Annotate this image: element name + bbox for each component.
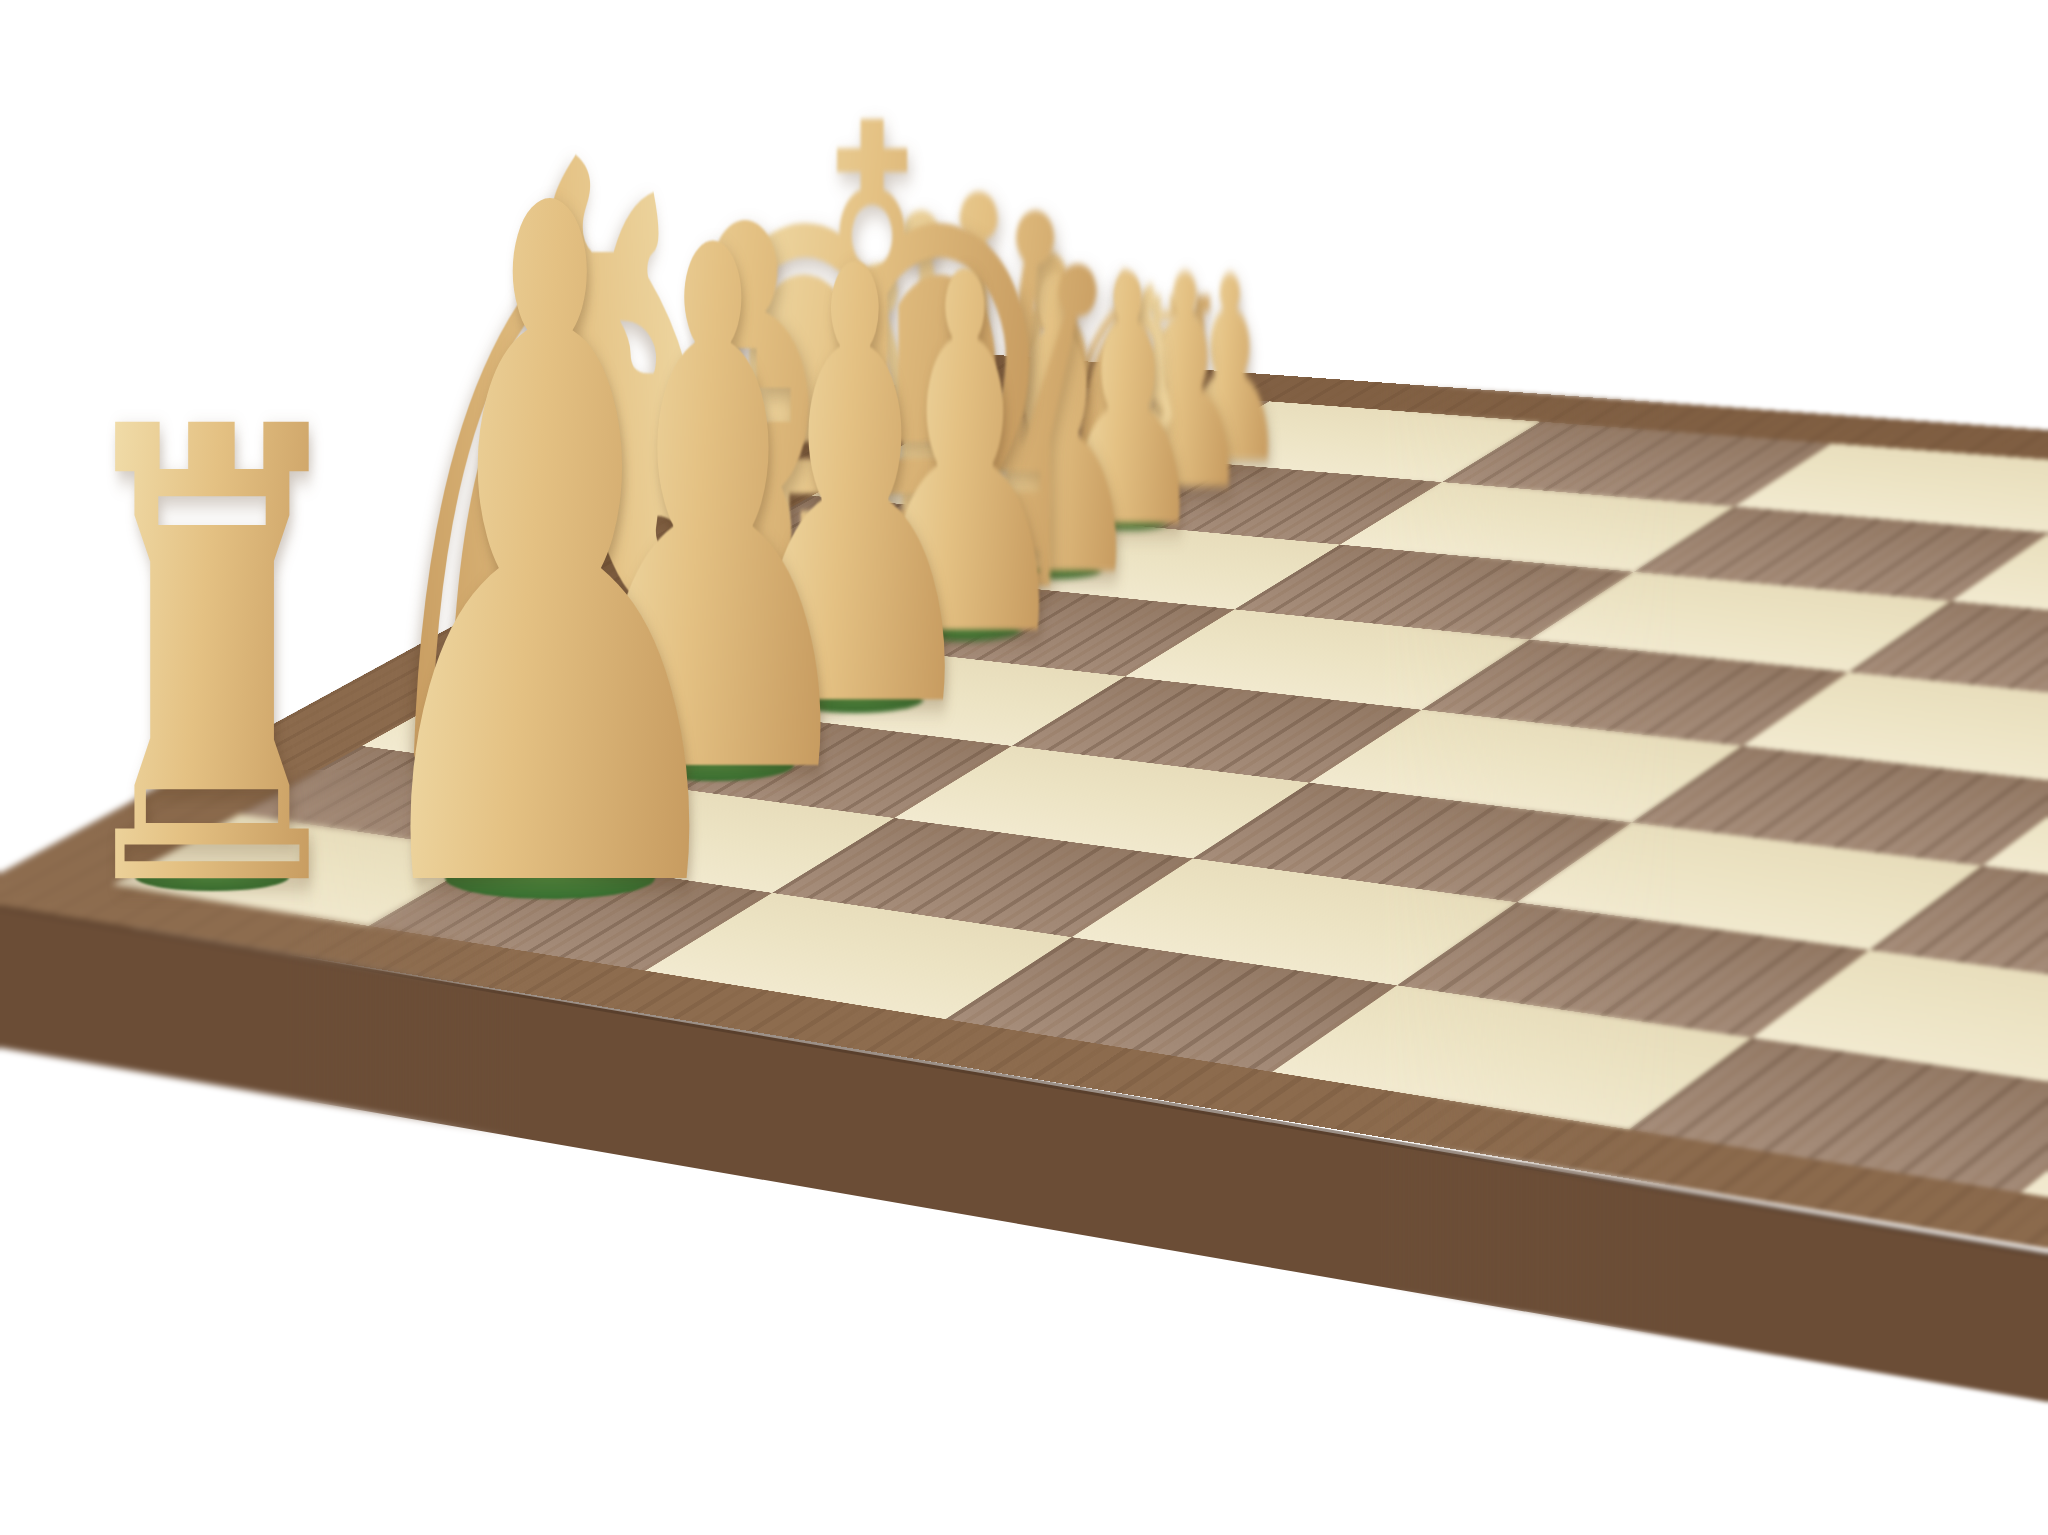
chess-photo-scene: ♜♟♞♟♝♟♛♟♚♟♝♟♞♟♜♟ bbox=[0, 0, 2048, 1535]
pieces-layer: ♜♟♞♟♝♟♛♟♚♟♝♟♞♟♜♟ bbox=[0, 0, 2048, 1535]
rook-glyph: ♜ bbox=[58, 349, 366, 974]
pawn-glyph: ♟ bbox=[341, 91, 758, 1022]
